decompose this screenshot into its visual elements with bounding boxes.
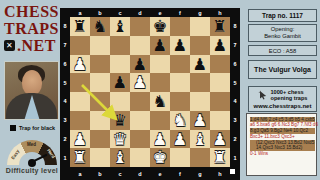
square-a6: ♟ [70,55,90,74]
square-f4 [170,92,190,111]
coordinate-label-4: 4 [230,92,240,111]
white-pawn-d5: ♟ [130,73,150,92]
square-h1: ♜ [210,148,230,167]
white-king-e1: ♚ [150,148,170,167]
square-f7: ♟ [170,36,190,55]
square-a5 [70,73,90,92]
coordinate-label-7: 7 [230,36,240,55]
square-g5 [190,73,210,92]
square-a7 [70,36,90,55]
coordinate-label-3: 3 [60,111,70,130]
white-pawn-h2: ♟ [210,130,230,149]
square-c1: ♝ [110,148,130,167]
square-h5 [210,73,230,92]
coordinate-label-e: e [150,8,170,17]
square-e6 [150,55,170,74]
square-b5 [90,73,110,92]
square-b4 [90,92,110,111]
black-pawn-d6: ♟ [130,55,150,74]
square-e8: ♚ [150,17,170,36]
trap-name-text: The Vulgur Volga [249,66,316,73]
coordinate-label-c: c [110,8,130,17]
square-g4 [190,92,210,111]
square-d2 [130,130,150,149]
coordinate-label-8: 8 [230,17,240,36]
coordinate-label-f: f [170,8,190,17]
coordinate-label-5: 5 [60,73,70,92]
square-g8 [190,17,210,36]
coordinate-label-d: d [130,167,150,180]
white-bishop-c1: ♝ [110,148,130,167]
square-a1: ♜ [70,148,90,167]
square-d6: ♟ [130,55,150,74]
coordinate-label-f: f [170,167,190,180]
square-b2 [90,130,110,149]
promo-line-2: opening traps [271,95,308,101]
move-line-7: 0-1 Wins [250,151,315,157]
square-e5 [150,73,170,92]
logo-x-icon: ✕ [4,40,15,51]
logo-line-net: ✕ .NET [4,37,59,54]
site-logo: CHESS TRAPS ✕ .NET [4,3,59,54]
board-frame-corner [230,8,240,17]
square-c4 [110,92,130,111]
coordinate-label-7: 7 [60,36,70,55]
corner-marker [230,169,235,174]
opening-label: Opening: [249,26,316,33]
white-knight-f3: ♞ [170,111,190,130]
square-c6 [110,55,130,74]
square-c2: ♛ [110,130,130,149]
square-e2: ♟ [150,130,170,149]
square-g2: ♝ [190,130,210,149]
coordinate-label-5: 5 [230,73,240,92]
eco-code: ECO : A58 [249,48,316,54]
coordinate-label-2: 2 [230,130,240,149]
square-d4 [130,92,150,111]
white-bishop-g2: ♝ [190,130,210,149]
square-h3 [210,111,230,130]
black-queen-c3: ♛ [110,111,130,130]
square-h2: ♟ [210,130,230,149]
coordinate-label-b: b [90,167,110,180]
trap-number-text: Trap no. 1117 [249,12,316,19]
website-url[interactable]: www.chesstraps.net [249,103,316,109]
board-frame-corner [60,8,70,17]
white-pawn-e2: ♟ [150,130,170,149]
square-e3 [150,111,170,130]
white-pawn-a2: ♟ [70,130,90,149]
square-f5 [170,73,190,92]
opening-name: Benko Gambit [249,33,316,40]
coordinate-label-1: 1 [230,148,240,167]
white-rook-a1: ♜ [70,148,90,167]
coordinate-label-8: 8 [60,17,70,36]
square-b1 [90,148,110,167]
click-hand-icon [258,90,268,100]
black-knight-e4: ♞ [150,92,170,111]
black-rook-a8: ♜ [70,17,90,36]
square-e7: ♟ [150,36,170,55]
coordinate-label-a: a [70,8,90,17]
black-pawn-g6: ♟ [190,55,210,74]
square-c8: ♝ [110,17,130,36]
square-b6 [90,55,110,74]
square-h7: ♟ [210,36,230,55]
gauge-hub [28,159,36,167]
coordinate-label-g: g [190,167,210,180]
logo-net-text: .NET [17,37,56,54]
square-g1 [190,148,210,167]
gauge-label-med: Med [27,142,36,147]
board-frame-corner [60,167,70,180]
coordinate-label-1: 1 [60,148,70,167]
square-e4: ♞ [150,92,170,111]
square-f1 [170,148,190,167]
video-frame: CHESS TRAPS ✕ .NET Trap for black Easy M… [0,0,320,180]
square-b7 [90,36,110,55]
square-a4 [70,92,90,111]
square-g3: ♟ [190,111,210,130]
square-f2: ♟ [170,130,190,149]
chess-board: abcdefgh8♜♞♝♚♜87♟♟♟76♟♟♟65♟♟54♞43♛♞♟32♟♛… [60,8,240,180]
black-square-icon [10,125,16,131]
square-b8: ♞ [90,17,110,36]
black-rook-h8: ♜ [210,17,230,36]
square-c7 [110,36,130,55]
square-a3 [70,111,90,130]
square-d5: ♟ [130,73,150,92]
square-d7 [130,36,150,55]
square-h6 [210,55,230,74]
coordinate-label-h: h [210,167,230,180]
presenter-photo [4,61,59,120]
square-d1 [130,148,150,167]
logo-line-chess: CHESS [4,3,59,20]
square-f6 [170,55,190,74]
black-knight-b8: ♞ [90,17,110,36]
square-d3 [130,111,150,130]
square-h4 [210,92,230,111]
white-pawn-a6: ♟ [70,55,90,74]
black-pawn-h7: ♟ [210,36,230,55]
coordinate-label-e: e [150,167,170,180]
black-pawn-f7: ♟ [170,36,190,55]
coordinate-label-6: 6 [230,55,240,74]
black-bishop-c8: ♝ [110,17,130,36]
difficulty-level-label: Difficulty level [0,167,64,174]
presenter-face [22,70,42,95]
square-c3: ♛ [110,111,130,130]
black-pawn-e7: ♟ [150,36,170,55]
coordinate-label-3: 3 [230,111,240,130]
white-pawn-g3: ♟ [190,111,210,130]
trap-for-black-row: Trap for black [10,125,55,131]
coordinate-label-4: 4 [60,92,70,111]
square-h8: ♜ [210,17,230,36]
square-d8 [130,17,150,36]
trap-for-black-label: Trap for black [19,125,55,131]
logo-line-traps: TRAPS [4,20,59,37]
square-g7 [190,36,210,55]
square-b3 [90,111,110,130]
square-f8 [170,17,190,36]
coordinate-label-h: h [210,8,230,17]
square-e1: ♚ [150,148,170,167]
square-a2: ♟ [70,130,90,149]
white-pawn-f2: ♟ [170,130,190,149]
promo-text: 1000+ chess opening traps [271,89,308,102]
coordinate-label-6: 6 [60,55,70,74]
difficulty-gauge: Easy Med Hard [7,140,57,165]
coordinate-label-2: 2 [60,130,70,149]
eco-box: ECO : A58 [248,45,317,56]
coordinate-label-a: a [70,167,90,180]
trap-number-box: Trap no. 1117 [248,9,317,22]
black-pawn-c5: ♟ [110,73,130,92]
coordinate-label-d: d [130,8,150,17]
coordinate-label-g: g [190,8,210,17]
coordinate-label-c: c [110,167,130,180]
square-f3: ♞ [170,111,190,130]
coordinate-label-b: b [90,8,110,17]
square-c5: ♟ [110,73,130,92]
black-king-e8: ♚ [150,17,170,36]
opening-box: Opening: Benko Gambit [248,24,317,42]
promo-box[interactable]: 1000+ chess opening traps www.chesstraps… [248,86,317,112]
moves-list: 1.d4 Nf6 2.c4 c5 3.d5 b5 4.cxb5a6 5.bxa6… [246,113,317,176]
square-a8: ♜ [70,17,90,36]
square-g6: ♟ [190,55,210,74]
white-rook-h1: ♜ [210,148,230,167]
trap-name-box: The Vulgur Volga [248,60,317,79]
white-queen-c2: ♛ [110,130,130,149]
